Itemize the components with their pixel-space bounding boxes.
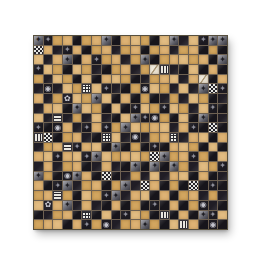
ornate-motif-icon: ✦ [171,162,178,170]
tile [82,172,91,181]
tile [63,114,72,123]
tile [53,65,62,74]
tile [131,84,140,93]
tile [121,65,130,74]
tile [150,75,159,84]
tile [92,46,101,55]
ornate-motif-icon: ✦ [132,114,139,122]
flower-motif-icon: ✿ [45,201,52,209]
ornate-motif-icon: ✦ [142,56,149,64]
tile [82,181,91,190]
tile [141,201,150,210]
tile [44,172,53,181]
tile [141,133,150,142]
tile [121,75,130,84]
tile [44,152,53,161]
ornate-motif-icon: ✦ [210,211,217,219]
tile [112,201,121,210]
tile [82,84,91,93]
tile [34,94,43,103]
tile [160,94,169,103]
tile: ✦ [209,211,218,220]
ornate-motif-icon: ✦ [190,153,197,161]
tile [73,133,82,142]
ornate-motif-icon: ✦ [210,36,217,44]
tile: ✦ [92,152,101,161]
ornate-motif-icon: ✦ [190,124,197,132]
ornate-motif-icon: ✦ [151,201,158,209]
tile [53,94,62,103]
tile [170,123,179,132]
ornate-motif-icon: ✦ [83,221,90,229]
medallion-motif-icon: ◉ [54,124,61,132]
ornate-motif-icon: ✦ [151,162,158,170]
tile [53,104,62,113]
tile [73,162,82,171]
ornate-motif-icon: ✦ [219,162,226,170]
tile: ✦ [112,191,121,200]
tile [34,143,43,152]
tile: ✦ [53,181,62,190]
ornate-motif-icon: ✦ [74,143,81,151]
tile [53,211,62,220]
tile [44,181,53,190]
tile [112,75,121,84]
mosaic-board: ✦✦✦✦✦✦✦✦✦✦✦✦✦◉✦◉✦✦✿✦✦✦✦✦✦✦◉✦✦◉✦✦✦✦◉✦✦✦✦✦… [34,36,227,229]
tile [53,133,62,142]
tile [131,55,140,64]
tile [73,46,82,55]
tile: ✦ [92,55,101,64]
tile [199,181,208,190]
tile [131,191,140,200]
ornate-motif-icon: ✦ [113,192,120,200]
tile [170,133,179,142]
tile: ◉ [199,201,208,210]
tile [160,46,169,55]
tile [53,191,62,200]
tile [131,46,140,55]
tile [53,55,62,64]
tile [34,162,43,171]
tile [209,55,218,64]
tile [102,114,111,123]
tile: ✦ [102,36,111,45]
tile [199,94,208,103]
medallion-motif-icon: ◉ [64,172,71,180]
tile [170,65,179,74]
tile [73,201,82,210]
tile [218,133,227,142]
tile [73,211,82,220]
tile [141,191,150,200]
tile [209,172,218,181]
tile: ✦ [73,172,82,181]
tile [53,162,62,171]
tile: ✦ [150,201,159,210]
tile [102,46,111,55]
tile [189,172,198,181]
ornate-motif-icon: ✦ [219,36,226,44]
tile [170,211,179,220]
tile [112,162,121,171]
tile [53,84,62,93]
tile [170,181,179,190]
tile [102,162,111,171]
tile [73,36,82,45]
tile: ✦ [73,143,82,152]
tile [189,220,198,229]
ornate-motif-icon: ✦ [54,182,61,190]
tile: ✦ [63,55,72,64]
medallion-motif-icon: ◉ [209,221,216,229]
tile: ✦ [218,162,227,171]
tile [121,152,130,161]
tile [121,162,130,171]
tile [209,84,218,93]
tile [53,172,62,181]
ornate-motif-icon: ✦ [74,104,81,112]
tile [189,65,198,74]
tile [82,94,91,103]
tile [141,162,150,171]
tile [121,133,130,142]
tile [121,172,130,181]
tile: ✦ [141,55,150,64]
tile [189,133,198,142]
tile [160,84,169,93]
tile [112,114,121,123]
tile [150,65,159,74]
tile: ✦ [218,84,227,93]
tile: ✦ [112,143,121,152]
tile [199,65,208,74]
tile [209,75,218,84]
tile [53,114,62,123]
tile [73,94,82,103]
tile [92,36,101,45]
medallion-motif-icon: ◉ [200,201,207,209]
tile [102,201,111,210]
tile [150,84,159,93]
tile [189,211,198,220]
tile [92,220,101,229]
tile [73,152,82,161]
ornate-motif-icon: ✦ [103,36,110,44]
tile [121,84,130,93]
tile [170,55,179,64]
tile: ◉ [131,133,140,142]
tile [131,143,140,152]
tile [112,181,121,190]
tile [218,211,227,220]
tile [189,84,198,93]
tile [44,104,53,113]
tile [170,172,179,181]
tile [34,152,43,161]
tile [209,46,218,55]
medallion-motif-icon: ◉ [103,221,110,229]
tile [92,172,101,181]
tile [199,220,208,229]
tile [209,152,218,161]
tile [63,152,72,161]
tile [160,133,169,142]
tile [121,104,130,113]
ornate-motif-icon: ✦ [74,172,81,180]
tile [34,191,43,200]
ornate-motif-icon: ✦ [132,162,139,170]
tile [170,220,179,229]
tile [150,123,159,132]
medallion-motif-icon: ◉ [151,114,158,122]
tile [63,65,72,74]
tile [63,133,72,142]
tile [131,75,140,84]
tile [34,55,43,64]
tile [131,211,140,220]
tile [150,55,159,64]
ornate-motif-icon: ✦ [219,56,226,64]
tile [150,191,159,200]
tile [82,162,91,171]
tile [44,162,53,171]
tile [150,104,159,113]
tile [179,201,188,210]
tile [131,123,140,132]
tile [160,220,169,229]
tile [63,104,72,113]
tile [218,65,227,74]
tile [63,162,72,171]
tile [150,181,159,190]
tile [179,181,188,190]
tile [160,75,169,84]
tile: ✦ [170,36,179,45]
tile [92,123,101,132]
tile [63,220,72,229]
tile [34,220,43,229]
tile [102,55,111,64]
tile [73,84,82,93]
tile [82,191,91,200]
tile [160,181,169,190]
tile [53,36,62,45]
tile [199,191,208,200]
tile: ✿ [44,201,53,210]
tile: ✦ [209,181,218,190]
tile [102,172,111,181]
tile [218,123,227,132]
tile: ✦ [218,55,227,64]
ornate-motif-icon: ✦ [219,85,226,93]
tile [121,191,130,200]
tile [141,94,150,103]
tile: ✦ [63,181,72,190]
tile [112,55,121,64]
tile [189,104,198,113]
ornate-motif-icon: ✦ [210,104,217,112]
tile [141,143,150,152]
tile [63,75,72,84]
tile [141,172,150,181]
medallion-motif-icon: ◉ [45,85,52,93]
ornate-motif-icon: ✦ [142,221,149,229]
tile [63,143,72,152]
tile [170,94,179,103]
tile [102,181,111,190]
tile [121,143,130,152]
tile [150,46,159,55]
tile [150,211,159,220]
tile [209,162,218,171]
tile [112,211,121,220]
tile [209,94,218,103]
tile [112,172,121,181]
tile [179,211,188,220]
ornate-motif-icon: ✦ [200,211,207,219]
tile [53,143,62,152]
tile [44,211,53,220]
tile: ✦ [63,201,72,210]
ornate-motif-icon: ✦ [200,36,207,44]
tile: ◉ [63,172,72,181]
tile [121,36,130,45]
tile [141,36,150,45]
ornate-motif-icon: ✦ [122,211,129,219]
tile [131,201,140,210]
ornate-motif-icon: ✦ [64,182,71,190]
tile [218,94,227,103]
tile [131,172,140,181]
tile: ✦ [218,36,227,45]
tile [44,123,53,132]
tile [179,162,188,171]
ornate-motif-icon: ✦ [161,104,168,112]
tile: ✦ [199,36,208,45]
ornate-motif-icon: ✦ [35,36,42,44]
tile: ✦ [44,36,53,45]
tile [102,75,111,84]
tile [82,65,91,74]
tile [102,104,111,113]
tile [44,143,53,152]
tile: ✦ [73,104,82,113]
tile [73,191,82,200]
tile: ✦ [209,104,218,113]
tile [209,65,218,74]
tile [34,211,43,220]
tile [179,46,188,55]
tile [189,46,198,55]
tile [179,133,188,142]
tile [102,65,111,74]
tile [73,65,82,74]
tile: ✦ [150,143,159,152]
tile [44,46,53,55]
tile [82,114,91,123]
tile [199,152,208,161]
ornate-motif-icon: ✦ [64,46,71,54]
tile [170,114,179,123]
tile [112,65,121,74]
ornate-motif-icon: ✦ [54,153,61,161]
ornate-motif-icon: ✦ [142,114,149,122]
tile [141,65,150,74]
tile: ◉ [53,123,62,132]
tile [170,143,179,152]
tile [63,84,72,93]
tile [160,172,169,181]
tile [34,75,43,84]
tile [189,75,198,84]
tile [82,36,91,45]
tile [218,201,227,210]
tile [102,94,111,103]
tile [82,133,91,142]
tile [189,114,198,123]
tile [131,220,140,229]
ornate-motif-icon: ✦ [171,36,178,44]
tile: ✦ [160,104,169,113]
tile [218,191,227,200]
tile [92,104,101,113]
tile [53,201,62,210]
ornate-motif-icon: ✦ [93,153,100,161]
tile: ✦ [131,162,140,171]
tile: ✦ [141,220,150,229]
ornate-motif-icon: ✦ [122,182,129,190]
tile [92,162,101,171]
tile: ✦ [131,114,140,123]
tile: ✦ [121,211,130,220]
tile [179,191,188,200]
tile [131,65,140,74]
tile [218,181,227,190]
tile [34,181,43,190]
tile [209,114,218,123]
tile: ◉ [141,84,150,93]
ornate-motif-icon: ✦ [83,124,90,132]
ornate-motif-icon: ✦ [35,172,42,180]
tile: ✦ [199,114,208,123]
tile [102,152,111,161]
tile [150,152,159,161]
tile [218,220,227,229]
tile [121,94,130,103]
tile [189,162,198,171]
tile [170,201,179,210]
tile: ◉ [44,84,53,93]
tile [199,172,208,181]
tile [131,152,140,161]
tile [34,104,43,113]
tile [34,84,43,93]
tile [179,84,188,93]
tile [160,114,169,123]
tile [209,133,218,142]
tile [92,84,101,93]
tile [92,114,101,123]
tile [112,94,121,103]
tile [73,220,82,229]
tile: ✿ [63,94,72,103]
tile: ✦ [82,123,91,132]
tile: ✦ [82,152,91,161]
tile [112,36,121,45]
tile [112,46,121,55]
tile [160,162,169,171]
